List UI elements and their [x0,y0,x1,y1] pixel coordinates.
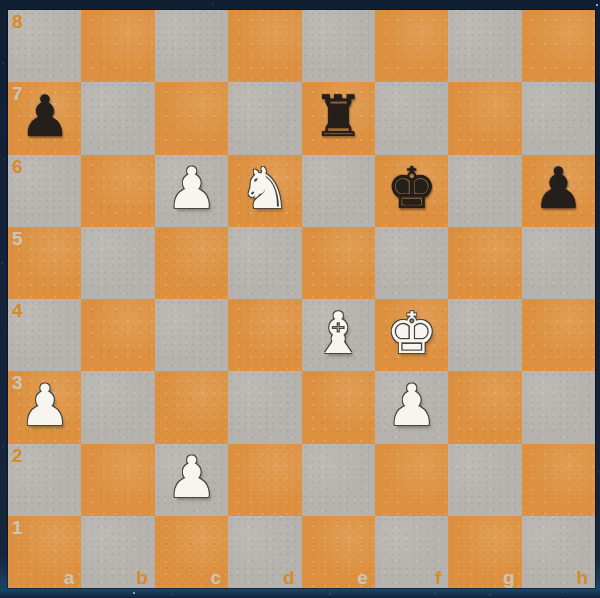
square-e1[interactable]: e [302,516,375,588]
app-background: 87♟♜6♟♞♚♟54♝♚3♟♟2♟1abcdefgh [0,0,600,598]
file-label-f: f [435,568,441,587]
file-label-e: e [357,568,368,587]
file-label-d: d [283,568,295,587]
piece-white-bishop-e4[interactable]: ♝ [313,305,364,362]
square-b4[interactable] [81,299,154,371]
piece-black-rook-e7[interactable]: ♜ [313,88,364,145]
square-g5[interactable] [448,227,521,299]
square-h5[interactable] [522,227,595,299]
square-a4[interactable]: 4 [8,299,81,371]
square-e3[interactable] [302,371,375,443]
square-g8[interactable] [448,10,521,82]
square-h3[interactable] [522,371,595,443]
square-d1[interactable]: d [228,516,301,588]
square-a1[interactable]: 1a [8,516,81,588]
square-f2[interactable] [375,444,448,516]
piece-black-king-f6[interactable]: ♚ [386,160,437,217]
square-a6[interactable]: 6 [8,155,81,227]
square-c5[interactable] [155,227,228,299]
square-b6[interactable] [81,155,154,227]
square-b5[interactable] [81,227,154,299]
square-e2[interactable] [302,444,375,516]
square-d5[interactable] [228,227,301,299]
square-c7[interactable] [155,82,228,154]
square-b2[interactable] [81,444,154,516]
square-d4[interactable] [228,299,301,371]
square-e7[interactable]: ♜ [302,82,375,154]
square-e8[interactable] [302,10,375,82]
square-c6[interactable]: ♟ [155,155,228,227]
piece-white-pawn-c6[interactable]: ♟ [166,160,217,217]
square-h7[interactable] [522,82,595,154]
file-label-h: h [576,568,588,587]
file-label-c: c [211,568,222,587]
square-h6[interactable]: ♟ [522,155,595,227]
square-b8[interactable] [81,10,154,82]
square-a7[interactable]: 7♟ [8,82,81,154]
square-f8[interactable] [375,10,448,82]
square-a5[interactable]: 5 [8,227,81,299]
square-c2[interactable]: ♟ [155,444,228,516]
chess-board: 87♟♜6♟♞♚♟54♝♚3♟♟2♟1abcdefgh [8,10,595,588]
square-h2[interactable] [522,444,595,516]
square-d3[interactable] [228,371,301,443]
piece-white-pawn-a3[interactable]: ♟ [19,377,70,434]
square-c3[interactable] [155,371,228,443]
square-g7[interactable] [448,82,521,154]
square-c8[interactable] [155,10,228,82]
square-c1[interactable]: c [155,516,228,588]
square-g3[interactable] [448,371,521,443]
square-d2[interactable] [228,444,301,516]
square-h1[interactable]: h [522,516,595,588]
rank-label-4: 4 [12,301,23,320]
square-d6[interactable]: ♞ [228,155,301,227]
rank-label-6: 6 [12,157,23,176]
square-h4[interactable] [522,299,595,371]
square-f3[interactable]: ♟ [375,371,448,443]
file-label-g: g [503,568,515,587]
file-label-b: b [136,568,148,587]
square-b3[interactable] [81,371,154,443]
square-d8[interactable] [228,10,301,82]
square-b7[interactable] [81,82,154,154]
square-d7[interactable] [228,82,301,154]
file-label-a: a [64,568,75,587]
square-a8[interactable]: 8 [8,10,81,82]
rank-label-1: 1 [12,518,23,537]
piece-white-pawn-c2[interactable]: ♟ [166,449,217,506]
square-g2[interactable] [448,444,521,516]
square-g1[interactable]: g [448,516,521,588]
square-f7[interactable] [375,82,448,154]
piece-white-knight-d6[interactable]: ♞ [239,160,290,217]
square-c4[interactable] [155,299,228,371]
square-f4[interactable]: ♚ [375,299,448,371]
piece-white-pawn-f3[interactable]: ♟ [386,377,437,434]
square-b1[interactable]: b [81,516,154,588]
rank-label-2: 2 [12,446,23,465]
rank-label-8: 8 [12,12,23,31]
square-g6[interactable] [448,155,521,227]
square-g4[interactable] [448,299,521,371]
piece-black-pawn-a7[interactable]: ♟ [19,88,70,145]
square-e6[interactable] [302,155,375,227]
square-a2[interactable]: 2 [8,444,81,516]
square-h8[interactable] [522,10,595,82]
piece-white-king-f4[interactable]: ♚ [386,305,437,362]
square-a3[interactable]: 3♟ [8,371,81,443]
square-f1[interactable]: f [375,516,448,588]
piece-black-pawn-h6[interactable]: ♟ [533,160,584,217]
square-f6[interactable]: ♚ [375,155,448,227]
square-f5[interactable] [375,227,448,299]
rank-label-5: 5 [12,229,23,248]
starfield [0,0,2,2]
square-e5[interactable] [302,227,375,299]
square-e4[interactable]: ♝ [302,299,375,371]
